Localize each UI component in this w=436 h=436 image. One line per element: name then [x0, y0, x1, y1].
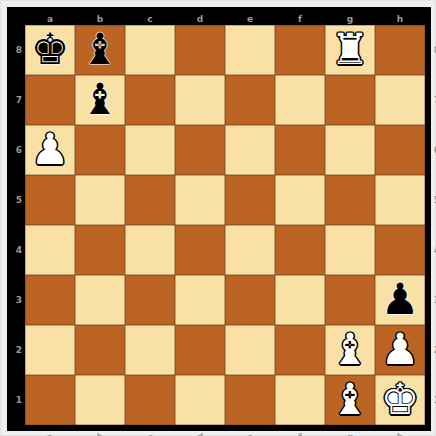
square-e4[interactable]: [225, 225, 275, 275]
file-label-d: d: [175, 13, 225, 25]
piece-black-king: ♚: [31, 28, 70, 71]
rank-label-1: 1: [13, 375, 25, 425]
piece-white-pawn: ♟: [381, 328, 420, 371]
square-f2[interactable]: [275, 325, 325, 375]
file-label-e: e: [225, 13, 275, 25]
piece-white-pawn: ♟: [31, 128, 70, 171]
square-b5[interactable]: [75, 175, 125, 225]
rank-label-4: 4: [431, 225, 436, 275]
square-c1[interactable]: [125, 375, 175, 425]
square-d3[interactable]: [175, 275, 225, 325]
square-d2[interactable]: [175, 325, 225, 375]
square-h5[interactable]: [375, 175, 425, 225]
square-f7[interactable]: [275, 75, 325, 125]
piece-white-bishop: ♝: [331, 378, 370, 421]
square-c3[interactable]: [125, 275, 175, 325]
square-g7[interactable]: [325, 75, 375, 125]
square-d4[interactable]: [175, 225, 225, 275]
board-frame: ♚♝♜♝♟♟♝♟♝♚ abcdefgh abcdefgh 87654321 87…: [7, 7, 431, 431]
square-d8[interactable]: [175, 25, 225, 75]
file-label-a: a: [25, 431, 75, 436]
square-h6[interactable]: [375, 125, 425, 175]
square-e7[interactable]: [225, 75, 275, 125]
piece-black-bishop: ♝: [81, 28, 120, 71]
rank-labels-right: 87654321: [431, 25, 436, 425]
square-c5[interactable]: [125, 175, 175, 225]
rank-label-8: 8: [431, 25, 436, 75]
square-f4[interactable]: [275, 225, 325, 275]
file-labels-top: abcdefgh: [25, 13, 425, 25]
square-h7[interactable]: [375, 75, 425, 125]
square-e5[interactable]: [225, 175, 275, 225]
piece-white-king: ♚: [381, 378, 420, 421]
chess-app: ♚♝♜♝♟♟♝♟♝♚ abcdefgh abcdefgh 87654321 87…: [0, 0, 436, 436]
rank-label-6: 6: [431, 125, 436, 175]
file-labels-bottom: abcdefgh: [25, 431, 425, 436]
square-c6[interactable]: [125, 125, 175, 175]
rank-label-5: 5: [13, 175, 25, 225]
square-a1[interactable]: [25, 375, 75, 425]
file-label-h: h: [375, 431, 425, 436]
square-h4[interactable]: [375, 225, 425, 275]
rank-label-8: 8: [13, 25, 25, 75]
file-label-g: g: [325, 13, 375, 25]
file-label-c: c: [125, 431, 175, 436]
rank-label-6: 6: [13, 125, 25, 175]
file-label-b: b: [75, 431, 125, 436]
square-b4[interactable]: [75, 225, 125, 275]
square-a4[interactable]: [25, 225, 75, 275]
square-d7[interactable]: [175, 75, 225, 125]
square-h1[interactable]: ♚: [375, 375, 425, 425]
file-label-h: h: [375, 13, 425, 25]
square-d5[interactable]: [175, 175, 225, 225]
square-e8[interactable]: [225, 25, 275, 75]
piece-black-bishop: ♝: [81, 78, 120, 121]
square-e3[interactable]: [225, 275, 275, 325]
rank-label-7: 7: [13, 75, 25, 125]
piece-black-pawn: ♟: [381, 278, 420, 321]
square-a8[interactable]: ♚: [25, 25, 75, 75]
square-b6[interactable]: [75, 125, 125, 175]
square-f6[interactable]: [275, 125, 325, 175]
square-g8[interactable]: ♜: [325, 25, 375, 75]
rank-label-3: 3: [431, 275, 436, 325]
square-h3[interactable]: ♟: [375, 275, 425, 325]
square-g4[interactable]: [325, 225, 375, 275]
square-f3[interactable]: [275, 275, 325, 325]
square-f5[interactable]: [275, 175, 325, 225]
file-label-c: c: [125, 13, 175, 25]
square-g5[interactable]: [325, 175, 375, 225]
piece-white-bishop: ♝: [331, 328, 370, 371]
square-h2[interactable]: ♟: [375, 325, 425, 375]
file-label-e: e: [225, 431, 275, 436]
piece-white-rook: ♜: [331, 28, 370, 71]
chess-board: ♚♝♜♝♟♟♝♟♝♚: [25, 25, 425, 425]
square-d1[interactable]: [175, 375, 225, 425]
square-h8[interactable]: [375, 25, 425, 75]
rank-label-3: 3: [13, 275, 25, 325]
square-e2[interactable]: [225, 325, 275, 375]
square-a2[interactable]: [25, 325, 75, 375]
rank-label-1: 1: [431, 375, 436, 425]
rank-label-5: 5: [431, 175, 436, 225]
square-b2[interactable]: [75, 325, 125, 375]
file-label-g: g: [325, 431, 375, 436]
square-b1[interactable]: [75, 375, 125, 425]
file-label-f: f: [275, 431, 325, 436]
file-label-a: a: [25, 13, 75, 25]
rank-label-2: 2: [13, 325, 25, 375]
square-a6[interactable]: ♟: [25, 125, 75, 175]
square-b8[interactable]: ♝: [75, 25, 125, 75]
square-g6[interactable]: [325, 125, 375, 175]
square-a7[interactable]: [25, 75, 75, 125]
square-c7[interactable]: [125, 75, 175, 125]
square-e1[interactable]: [225, 375, 275, 425]
square-b7[interactable]: ♝: [75, 75, 125, 125]
file-label-f: f: [275, 13, 325, 25]
square-c8[interactable]: [125, 25, 175, 75]
square-g3[interactable]: [325, 275, 375, 325]
rank-label-4: 4: [13, 225, 25, 275]
square-c2[interactable]: [125, 325, 175, 375]
square-g1[interactable]: ♝: [325, 375, 375, 425]
square-d6[interactable]: [175, 125, 225, 175]
square-g2[interactable]: ♝: [325, 325, 375, 375]
square-a5[interactable]: [25, 175, 75, 225]
square-f1[interactable]: [275, 375, 325, 425]
rank-labels-left: 87654321: [13, 25, 25, 425]
square-c4[interactable]: [125, 225, 175, 275]
rank-label-2: 2: [431, 325, 436, 375]
rank-label-7: 7: [431, 75, 436, 125]
file-label-d: d: [175, 431, 225, 436]
file-label-b: b: [75, 13, 125, 25]
square-b3[interactable]: [75, 275, 125, 325]
square-e6[interactable]: [225, 125, 275, 175]
square-f8[interactable]: [275, 25, 325, 75]
square-a3[interactable]: [25, 275, 75, 325]
